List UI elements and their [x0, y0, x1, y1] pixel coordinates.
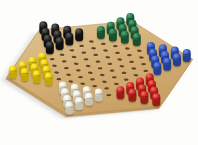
- hole: [113, 82, 119, 85]
- hole: [90, 47, 96, 50]
- hole: [124, 47, 130, 50]
- hole: [105, 56, 111, 59]
- peg-yellow[interactable]: [21, 67, 29, 80]
- hole: [99, 73, 105, 76]
- hole: [119, 65, 125, 68]
- product-photo-scene: [0, 0, 198, 145]
- hole: [138, 56, 144, 59]
- hole: [73, 62, 79, 65]
- hole: [75, 69, 81, 72]
- peg-white[interactable]: [85, 92, 93, 105]
- hole: [59, 53, 65, 56]
- hole: [128, 60, 134, 63]
- hole: [143, 69, 149, 72]
- hole: [106, 93, 112, 96]
- hole: [89, 78, 95, 81]
- hole: [114, 51, 120, 54]
- hole: [100, 42, 106, 45]
- hole: [53, 71, 59, 74]
- hole: [111, 76, 117, 79]
- hole: [56, 78, 62, 81]
- peg-blue[interactable]: [163, 57, 171, 70]
- hole: [93, 53, 99, 56]
- peg-blue[interactable]: [154, 61, 162, 74]
- hole: [71, 55, 77, 58]
- hole: [140, 62, 146, 65]
- peg-green[interactable]: [97, 25, 105, 38]
- hole: [65, 73, 71, 76]
- peg-blue[interactable]: [183, 48, 191, 61]
- hole: [69, 49, 75, 52]
- peg-white[interactable]: [75, 97, 83, 110]
- hole: [107, 62, 113, 65]
- hole: [103, 87, 109, 90]
- hole: [68, 80, 74, 83]
- hole: [80, 82, 86, 85]
- hole: [109, 69, 115, 72]
- peg-yellow[interactable]: [9, 65, 17, 78]
- hole: [117, 58, 123, 61]
- peg-black[interactable]: [56, 36, 64, 49]
- hole: [133, 74, 139, 77]
- peg-green[interactable]: [133, 32, 141, 45]
- hole: [97, 67, 103, 70]
- peg-red[interactable]: [152, 93, 160, 106]
- hole: [126, 53, 132, 56]
- hole: [63, 66, 69, 69]
- hole: [91, 84, 97, 87]
- peg-white[interactable]: [65, 101, 73, 114]
- hole: [78, 44, 84, 47]
- hole: [49, 57, 55, 60]
- peg-yellow[interactable]: [45, 72, 53, 85]
- hole: [101, 80, 107, 83]
- hole: [136, 49, 142, 52]
- hole: [123, 78, 129, 81]
- hole: [77, 75, 83, 78]
- hole: [131, 67, 137, 70]
- hole: [95, 60, 101, 63]
- peg-green[interactable]: [121, 30, 129, 43]
- hole: [88, 40, 94, 43]
- peg-yellow[interactable]: [33, 70, 41, 83]
- peg-green[interactable]: [109, 28, 117, 41]
- peg-black[interactable]: [75, 28, 83, 41]
- hole: [87, 71, 93, 74]
- hole: [83, 58, 89, 61]
- peg-black[interactable]: [65, 32, 73, 45]
- peg-blue[interactable]: [173, 53, 181, 66]
- hole: [81, 51, 87, 54]
- board-plane: [0, 2, 198, 133]
- peg-black[interactable]: [46, 41, 54, 54]
- hole: [102, 49, 108, 52]
- hole: [85, 64, 91, 67]
- hole: [121, 71, 127, 74]
- peg-red[interactable]: [140, 90, 148, 103]
- peg-white[interactable]: [95, 88, 103, 101]
- peg-red[interactable]: [117, 86, 125, 99]
- hole: [61, 60, 67, 63]
- peg-red[interactable]: [128, 88, 136, 101]
- hole: [51, 64, 57, 67]
- hole: [112, 44, 118, 47]
